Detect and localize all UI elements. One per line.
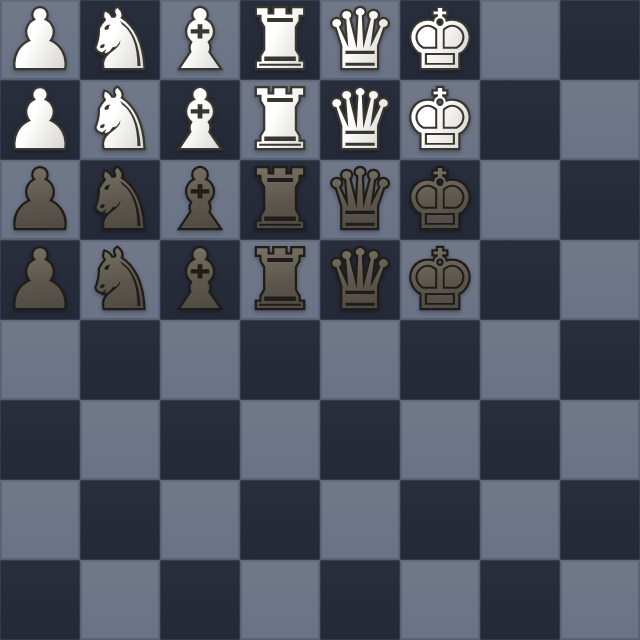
square-g5[interactable] <box>480 240 560 320</box>
square-a5[interactable] <box>0 240 80 320</box>
piece-white-knight[interactable] <box>80 80 160 160</box>
square-a6[interactable] <box>0 160 80 240</box>
square-f7[interactable] <box>400 80 480 160</box>
square-b5[interactable] <box>80 240 160 320</box>
square-c7[interactable] <box>160 80 240 160</box>
piece-black-queen[interactable] <box>320 240 400 320</box>
piece-black-bishop[interactable] <box>160 240 240 320</box>
piece-white-rook[interactable] <box>240 0 320 80</box>
square-e5[interactable] <box>320 240 400 320</box>
square-h6[interactable] <box>560 160 640 240</box>
square-a4[interactable] <box>0 320 80 400</box>
square-h5[interactable] <box>560 240 640 320</box>
square-h4[interactable] <box>560 320 640 400</box>
square-f3[interactable] <box>400 400 480 480</box>
square-b3[interactable] <box>80 400 160 480</box>
piece-white-pawn[interactable] <box>0 0 80 80</box>
piece-black-queen[interactable] <box>320 160 400 240</box>
piece-black-bishop[interactable] <box>160 160 240 240</box>
square-d4[interactable] <box>240 320 320 400</box>
square-c4[interactable] <box>160 320 240 400</box>
square-e7[interactable] <box>320 80 400 160</box>
square-e4[interactable] <box>320 320 400 400</box>
square-g6[interactable] <box>480 160 560 240</box>
square-e6[interactable] <box>320 160 400 240</box>
square-a8[interactable] <box>0 0 80 80</box>
square-c3[interactable] <box>160 400 240 480</box>
square-b1[interactable] <box>80 560 160 640</box>
square-f4[interactable] <box>400 320 480 400</box>
piece-white-rook[interactable] <box>240 80 320 160</box>
square-b6[interactable] <box>80 160 160 240</box>
square-h8[interactable] <box>560 0 640 80</box>
piece-black-pawn[interactable] <box>0 240 80 320</box>
piece-white-queen[interactable] <box>320 80 400 160</box>
square-f8[interactable] <box>400 0 480 80</box>
piece-white-bishop[interactable] <box>160 0 240 80</box>
square-g2[interactable] <box>480 480 560 560</box>
piece-black-rook[interactable] <box>240 240 320 320</box>
square-c6[interactable] <box>160 160 240 240</box>
piece-white-king[interactable] <box>400 80 480 160</box>
square-e2[interactable] <box>320 480 400 560</box>
square-c5[interactable] <box>160 240 240 320</box>
piece-black-knight[interactable] <box>80 240 160 320</box>
piece-white-bishop[interactable] <box>160 80 240 160</box>
square-f2[interactable] <box>400 480 480 560</box>
square-d7[interactable] <box>240 80 320 160</box>
square-e3[interactable] <box>320 400 400 480</box>
square-g4[interactable] <box>480 320 560 400</box>
square-h2[interactable] <box>560 480 640 560</box>
piece-white-knight[interactable] <box>80 0 160 80</box>
square-g7[interactable] <box>480 80 560 160</box>
square-h3[interactable] <box>560 400 640 480</box>
square-h1[interactable] <box>560 560 640 640</box>
piece-black-rook[interactable] <box>240 160 320 240</box>
piece-black-knight[interactable] <box>80 160 160 240</box>
piece-white-queen[interactable] <box>320 0 400 80</box>
piece-black-pawn[interactable] <box>0 160 80 240</box>
square-a7[interactable] <box>0 80 80 160</box>
square-c1[interactable] <box>160 560 240 640</box>
square-c8[interactable] <box>160 0 240 80</box>
square-d8[interactable] <box>240 0 320 80</box>
square-a2[interactable] <box>0 480 80 560</box>
square-d1[interactable] <box>240 560 320 640</box>
square-e8[interactable] <box>320 0 400 80</box>
square-d2[interactable] <box>240 480 320 560</box>
square-b2[interactable] <box>80 480 160 560</box>
piece-white-pawn[interactable] <box>0 80 80 160</box>
square-h7[interactable] <box>560 80 640 160</box>
chess-board <box>0 0 640 640</box>
square-g3[interactable] <box>480 400 560 480</box>
square-b4[interactable] <box>80 320 160 400</box>
square-c2[interactable] <box>160 480 240 560</box>
square-b7[interactable] <box>80 80 160 160</box>
piece-white-king[interactable] <box>400 0 480 80</box>
square-e1[interactable] <box>320 560 400 640</box>
square-d6[interactable] <box>240 160 320 240</box>
square-f5[interactable] <box>400 240 480 320</box>
square-f6[interactable] <box>400 160 480 240</box>
square-g1[interactable] <box>480 560 560 640</box>
piece-black-king[interactable] <box>400 240 480 320</box>
square-d3[interactable] <box>240 400 320 480</box>
square-d5[interactable] <box>240 240 320 320</box>
square-f1[interactable] <box>400 560 480 640</box>
piece-black-king[interactable] <box>400 160 480 240</box>
square-a1[interactable] <box>0 560 80 640</box>
square-g8[interactable] <box>480 0 560 80</box>
square-a3[interactable] <box>0 400 80 480</box>
square-b8[interactable] <box>80 0 160 80</box>
